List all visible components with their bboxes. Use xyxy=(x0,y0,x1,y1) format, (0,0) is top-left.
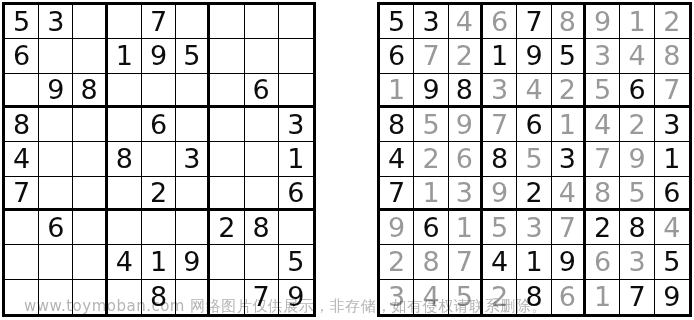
solution-cell-r5c1: 4 xyxy=(380,142,414,176)
solution-cell-r3c7: 5 xyxy=(586,74,620,108)
puzzle-cell-r5c3 xyxy=(73,142,107,176)
solution-cell-r9c8: 7 xyxy=(620,280,654,314)
solution-cell-r2c5: 9 xyxy=(517,39,551,73)
puzzle-cell-r1c8 xyxy=(245,5,279,39)
puzzle-cell-r3c9 xyxy=(279,74,313,108)
solution-cell-r1c3: 4 xyxy=(449,5,483,39)
puzzle-cell-r1c2: 3 xyxy=(39,5,73,39)
puzzle-cell-r1c9 xyxy=(279,5,313,39)
solution-cell-r2c3: 2 xyxy=(449,39,483,73)
puzzle-cell-r8c7 xyxy=(210,245,244,279)
solution-cell-r8c7: 6 xyxy=(586,245,620,279)
solution-cell-r8c1: 2 xyxy=(380,245,414,279)
solution-cell-r7c8: 8 xyxy=(620,211,654,245)
puzzle-cell-r6c5: 2 xyxy=(142,177,176,211)
solution-cell-r3c6: 2 xyxy=(552,74,586,108)
puzzle-cell-r8c3 xyxy=(73,245,107,279)
puzzle-cell-r6c6 xyxy=(176,177,210,211)
solution-cell-r1c8: 1 xyxy=(620,5,654,39)
solution-cell-r2c1: 6 xyxy=(380,39,414,73)
solution-cell-r4c5: 6 xyxy=(517,108,551,142)
puzzle-cell-r3c3: 8 xyxy=(73,74,107,108)
solution-cell-r5c3: 6 xyxy=(449,142,483,176)
puzzle-cell-r1c5: 7 xyxy=(142,5,176,39)
solution-cell-r6c8: 5 xyxy=(620,177,654,211)
solution-cell-r8c3: 7 xyxy=(449,245,483,279)
solution-cell-r4c1: 8 xyxy=(380,108,414,142)
solution-cell-r5c6: 3 xyxy=(552,142,586,176)
puzzle-cell-r7c1 xyxy=(5,211,39,245)
puzzle-cell-r4c7 xyxy=(210,108,244,142)
solution-cell-r5c8: 9 xyxy=(620,142,654,176)
solution-cell-r3c2: 9 xyxy=(414,74,448,108)
puzzle-cell-r8c6: 9 xyxy=(176,245,210,279)
puzzle-cell-r5c1: 4 xyxy=(5,142,39,176)
solution-cell-r3c5: 4 xyxy=(517,74,551,108)
puzzle-cell-r8c4: 4 xyxy=(108,245,142,279)
puzzle-cell-r5c8 xyxy=(245,142,279,176)
solution-cell-r8c8: 3 xyxy=(620,245,654,279)
puzzle-cell-r2c9 xyxy=(279,39,313,73)
puzzle-cell-r7c4 xyxy=(108,211,142,245)
solution-cell-r7c7: 2 xyxy=(586,211,620,245)
puzzle-cell-r7c3 xyxy=(73,211,107,245)
puzzle-cell-r2c4: 1 xyxy=(108,39,142,73)
solution-cell-r2c4: 1 xyxy=(483,39,517,73)
puzzle-cell-r2c1: 6 xyxy=(5,39,39,73)
solution-cell-r6c2: 1 xyxy=(414,177,448,211)
solution-cell-r7c4: 5 xyxy=(483,211,517,245)
solution-cell-r1c4: 6 xyxy=(483,5,517,39)
solution-cell-r6c4: 9 xyxy=(483,177,517,211)
puzzle-cell-r6c9: 6 xyxy=(279,177,313,211)
solution-cell-r8c9: 5 xyxy=(655,245,689,279)
puzzle-cell-r8c1 xyxy=(5,245,39,279)
puzzle-cell-r7c5 xyxy=(142,211,176,245)
puzzle-cell-r4c5: 6 xyxy=(142,108,176,142)
puzzle-cell-r1c7 xyxy=(210,5,244,39)
puzzle-cell-r7c2: 6 xyxy=(39,211,73,245)
solution-cell-r3c8: 6 xyxy=(620,74,654,108)
puzzle-cell-r2c8 xyxy=(245,39,279,73)
puzzle-cell-r3c8: 6 xyxy=(245,74,279,108)
puzzle-cell-r6c4 xyxy=(108,177,142,211)
puzzle-cell-r1c4 xyxy=(108,5,142,39)
solution-cell-r6c9: 6 xyxy=(655,177,689,211)
puzzle-cell-r3c4 xyxy=(108,74,142,108)
sudoku-board-solution: 5346789126721953481983425678597614234268… xyxy=(377,2,692,317)
puzzle-cell-r6c8 xyxy=(245,177,279,211)
solution-cell-r2c7: 3 xyxy=(586,39,620,73)
solution-cell-r1c7: 9 xyxy=(586,5,620,39)
solution-cell-r1c6: 8 xyxy=(552,5,586,39)
solution-cell-r5c2: 2 xyxy=(414,142,448,176)
solution-cell-r4c6: 1 xyxy=(552,108,586,142)
puzzle-cell-r3c5 xyxy=(142,74,176,108)
solution-cell-r7c6: 7 xyxy=(552,211,586,245)
solution-cell-r3c9: 7 xyxy=(655,74,689,108)
puzzle-cell-r1c6 xyxy=(176,5,210,39)
solution-cell-r6c6: 4 xyxy=(552,177,586,211)
puzzle-cell-r8c9: 5 xyxy=(279,245,313,279)
puzzle-cell-r7c7: 2 xyxy=(210,211,244,245)
puzzle-cell-r7c9 xyxy=(279,211,313,245)
solution-cell-r9c9: 9 xyxy=(655,280,689,314)
puzzle-cell-r6c3 xyxy=(73,177,107,211)
puzzle-cell-r2c7 xyxy=(210,39,244,73)
sudoku-board-puzzle: 537619598686348317266284195879 xyxy=(2,2,316,317)
puzzle-cell-r5c5 xyxy=(142,142,176,176)
solution-cell-r1c9: 2 xyxy=(655,5,689,39)
puzzle-cell-r3c2: 9 xyxy=(39,74,73,108)
puzzle-cell-r7c8: 8 xyxy=(245,211,279,245)
puzzle-cell-r2c6: 5 xyxy=(176,39,210,73)
solution-cell-r6c3: 3 xyxy=(449,177,483,211)
puzzle-cell-r2c3 xyxy=(73,39,107,73)
solution-cell-r1c2: 3 xyxy=(414,5,448,39)
puzzle-cell-r7c6 xyxy=(176,211,210,245)
puzzle-cell-r4c1: 8 xyxy=(5,108,39,142)
solution-cell-r3c4: 3 xyxy=(483,74,517,108)
puzzle-cell-r4c3 xyxy=(73,108,107,142)
solution-cell-r6c7: 8 xyxy=(586,177,620,211)
solution-cell-r5c5: 5 xyxy=(517,142,551,176)
puzzle-cell-r2c5: 9 xyxy=(142,39,176,73)
puzzle-cell-r6c7 xyxy=(210,177,244,211)
solution-cell-r4c3: 9 xyxy=(449,108,483,142)
solution-cell-r3c3: 8 xyxy=(449,74,483,108)
puzzle-cell-r1c3 xyxy=(73,5,107,39)
solution-cell-r4c7: 4 xyxy=(586,108,620,142)
solution-cell-r8c5: 1 xyxy=(517,245,551,279)
solution-cell-r6c1: 7 xyxy=(380,177,414,211)
solution-cell-r2c2: 7 xyxy=(414,39,448,73)
solution-cell-r8c4: 4 xyxy=(483,245,517,279)
solution-cell-r7c2: 6 xyxy=(414,211,448,245)
solution-cell-r7c9: 4 xyxy=(655,211,689,245)
solution-cell-r8c2: 8 xyxy=(414,245,448,279)
puzzle-cell-r2c2 xyxy=(39,39,73,73)
solution-cell-r2c9: 8 xyxy=(655,39,689,73)
puzzle-cell-r6c1: 7 xyxy=(5,177,39,211)
puzzle-cell-r8c8 xyxy=(245,245,279,279)
puzzle-cell-r3c1 xyxy=(5,74,39,108)
solution-cell-r5c4: 8 xyxy=(483,142,517,176)
solution-cell-r5c9: 1 xyxy=(655,142,689,176)
puzzle-cell-r3c7 xyxy=(210,74,244,108)
puzzle-cell-r8c2 xyxy=(39,245,73,279)
solution-cell-r7c3: 1 xyxy=(449,211,483,245)
puzzle-cell-r5c2 xyxy=(39,142,73,176)
watermark-text: www.toymoban.com 网络图片仅供展示，非存储，如有侵权请联系删除。 xyxy=(24,297,547,315)
puzzle-cell-r5c4: 8 xyxy=(108,142,142,176)
solution-cell-r4c9: 3 xyxy=(655,108,689,142)
solution-cell-r4c2: 5 xyxy=(414,108,448,142)
puzzle-cell-r4c4 xyxy=(108,108,142,142)
solution-cell-r6c5: 2 xyxy=(517,177,551,211)
solution-cell-r4c4: 7 xyxy=(483,108,517,142)
solution-cell-r7c5: 3 xyxy=(517,211,551,245)
puzzle-cell-r4c8 xyxy=(245,108,279,142)
puzzle-cell-r1c1: 5 xyxy=(5,5,39,39)
solution-cell-r4c8: 2 xyxy=(620,108,654,142)
puzzle-cell-r6c2 xyxy=(39,177,73,211)
puzzle-cell-r5c9: 1 xyxy=(279,142,313,176)
solution-cell-r1c5: 7 xyxy=(517,5,551,39)
solution-cell-r7c1: 9 xyxy=(380,211,414,245)
solution-cell-r2c6: 5 xyxy=(552,39,586,73)
puzzle-cell-r4c9: 3 xyxy=(279,108,313,142)
solution-cell-r3c1: 1 xyxy=(380,74,414,108)
puzzle-cell-r4c2 xyxy=(39,108,73,142)
solution-cell-r8c6: 9 xyxy=(552,245,586,279)
puzzle-cell-r4c6 xyxy=(176,108,210,142)
puzzle-cell-r8c5: 1 xyxy=(142,245,176,279)
solution-cell-r9c7: 1 xyxy=(586,280,620,314)
puzzle-cell-r3c6 xyxy=(176,74,210,108)
solution-cell-r2c8: 4 xyxy=(620,39,654,73)
solution-cell-r9c6: 6 xyxy=(552,280,586,314)
solution-cell-r5c7: 7 xyxy=(586,142,620,176)
solution-cell-r1c1: 5 xyxy=(380,5,414,39)
puzzle-cell-r5c6: 3 xyxy=(176,142,210,176)
puzzle-cell-r5c7 xyxy=(210,142,244,176)
